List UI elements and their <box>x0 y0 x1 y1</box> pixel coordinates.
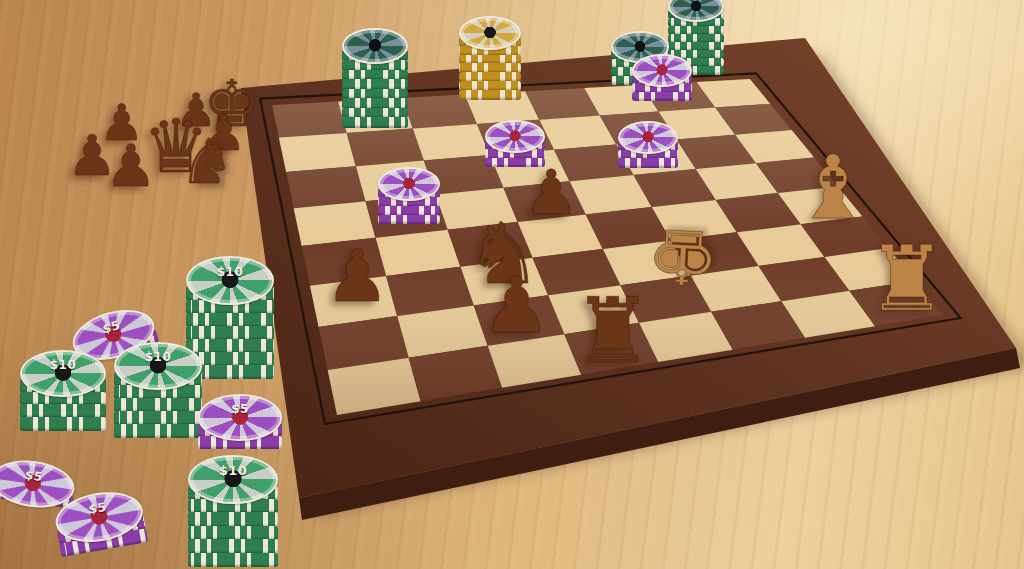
chip-denomination-label: $10 <box>145 350 172 364</box>
chip-top-face <box>378 167 440 201</box>
captured-pawn[interactable]: ♟ <box>105 137 157 195</box>
chip-top-face: $5 <box>198 394 282 440</box>
table-surface: { "game": "chess", "scene_type": "overhe… <box>0 0 1024 569</box>
chip-stack-green-table-7[interactable]: $10 <box>188 455 278 567</box>
piece-black-rook-d1[interactable]: ♜ <box>573 286 654 376</box>
chip-denomination-label: $10 <box>50 358 77 372</box>
square-c7[interactable] <box>413 124 490 161</box>
chip-edge <box>188 553 278 567</box>
chip-stack-purple-g8[interactable] <box>632 54 692 101</box>
square-b7[interactable] <box>347 128 424 166</box>
chip-top-face: $10 <box>20 350 106 397</box>
chip-top-face <box>459 16 521 50</box>
square-a7[interactable] <box>279 133 356 172</box>
chip-edge <box>114 398 202 412</box>
chip-edge <box>188 539 278 553</box>
chip-edge <box>114 411 202 425</box>
chip-denomination-label: $5 <box>231 402 249 416</box>
chip-top-face: $10 <box>186 256 274 304</box>
square-a8[interactable] <box>272 101 347 137</box>
chip-denomination-label: $10 <box>219 463 248 478</box>
chip-edge <box>188 512 278 526</box>
chip-edge <box>632 92 692 102</box>
chip-top-face: $10 <box>188 455 278 505</box>
chip-top-face: $10 <box>114 342 202 390</box>
chip-stack-gold-d8[interactable] <box>459 16 521 100</box>
chip-edge <box>188 526 278 540</box>
chip-edge <box>618 158 678 168</box>
chip-stack-purple-table-4[interactable]: $5 <box>198 394 282 449</box>
chip-edge <box>186 313 274 327</box>
captured-knight[interactable]: ♞ <box>179 131 235 193</box>
chip-edge <box>20 417 106 431</box>
chip-stack-green-table-3[interactable]: $10 <box>114 342 202 438</box>
chip-stack-green-b8[interactable] <box>342 28 408 128</box>
piece-black-pawn-a3[interactable]: ♟ <box>325 240 390 312</box>
chip-edge <box>378 215 440 225</box>
chip-edge <box>114 424 202 438</box>
chip-edge <box>186 326 274 340</box>
piece-white-king-f4[interactable]: ♚ <box>645 217 721 295</box>
chip-edge <box>459 90 521 100</box>
piece-black-pawn-c2[interactable]: ♟ <box>482 266 551 343</box>
chip-top-face <box>632 54 692 87</box>
chip-top-face <box>342 28 408 64</box>
chip-denomination-label: $10 <box>217 265 244 279</box>
chip-denomination-label: $5 <box>88 500 108 517</box>
piece-white-bishop-h4[interactable]: ♝ <box>793 144 872 232</box>
chip-denomination-label: $5 <box>24 468 43 484</box>
chip-edge <box>342 117 408 128</box>
chip-stack-green-table-2[interactable]: $10 <box>20 350 106 431</box>
piece-white-rook-h1[interactable]: ♜ <box>866 234 947 324</box>
chip-stack-purple-b5[interactable] <box>378 167 440 225</box>
chip-denomination-label: $5 <box>101 318 122 336</box>
square-a6[interactable] <box>286 166 365 208</box>
chip-top-face <box>618 121 678 154</box>
chip-edge <box>20 404 106 418</box>
chip-stack-purple-f6[interactable] <box>618 121 678 168</box>
